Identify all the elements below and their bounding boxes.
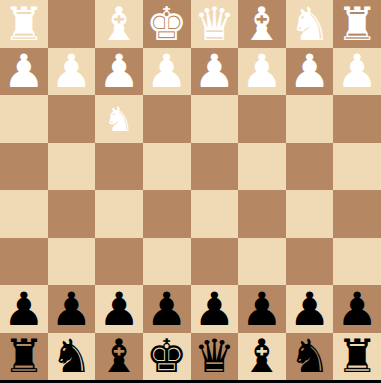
square-b6[interactable] bbox=[286, 238, 334, 286]
square-e6[interactable] bbox=[143, 238, 191, 286]
square-h7[interactable]: ♟ bbox=[0, 285, 48, 333]
white-knight-f3[interactable]: ♞ bbox=[104, 102, 134, 136]
square-c2[interactable]: ♟ bbox=[238, 48, 286, 96]
square-e5[interactable] bbox=[143, 190, 191, 238]
square-c6[interactable] bbox=[238, 238, 286, 286]
black-rook-h8[interactable]: ♜ bbox=[3, 333, 44, 379]
square-h2[interactable]: ♟ bbox=[0, 48, 48, 96]
square-f3[interactable]: ♞ bbox=[95, 95, 143, 143]
square-g2[interactable]: ♟ bbox=[48, 48, 96, 96]
white-queen-d1[interactable]: ♛ bbox=[194, 1, 235, 47]
square-c5[interactable] bbox=[238, 190, 286, 238]
square-a5[interactable] bbox=[333, 190, 381, 238]
white-bishop-f1[interactable]: ♝ bbox=[98, 1, 139, 47]
black-pawn-c7[interactable]: ♟ bbox=[241, 286, 282, 332]
square-f4[interactable] bbox=[95, 143, 143, 191]
white-pawn-a2[interactable]: ♟ bbox=[337, 48, 378, 94]
square-f2[interactable]: ♟ bbox=[95, 48, 143, 96]
square-f8[interactable]: ♝ bbox=[95, 333, 143, 381]
square-h6[interactable] bbox=[0, 238, 48, 286]
square-d6[interactable] bbox=[191, 238, 239, 286]
white-king-e1[interactable]: ♚ bbox=[146, 1, 187, 47]
black-knight-g8[interactable]: ♞ bbox=[51, 333, 92, 379]
black-pawn-d7[interactable]: ♟ bbox=[194, 286, 235, 332]
square-d5[interactable] bbox=[191, 190, 239, 238]
black-pawn-b7[interactable]: ♟ bbox=[289, 286, 330, 332]
black-king-e8[interactable]: ♚ bbox=[146, 333, 187, 379]
square-e1[interactable]: ♚ bbox=[143, 0, 191, 48]
square-a2[interactable]: ♟ bbox=[333, 48, 381, 96]
square-b1[interactable]: ♞ bbox=[286, 0, 334, 48]
square-e7[interactable]: ♟ bbox=[143, 285, 191, 333]
white-pawn-c2[interactable]: ♟ bbox=[241, 48, 282, 94]
square-a1[interactable]: ♜ bbox=[333, 0, 381, 48]
square-d3[interactable] bbox=[191, 95, 239, 143]
square-f6[interactable] bbox=[95, 238, 143, 286]
square-c7[interactable]: ♟ bbox=[238, 285, 286, 333]
square-a4[interactable] bbox=[333, 143, 381, 191]
square-g7[interactable]: ♟ bbox=[48, 285, 96, 333]
square-b4[interactable] bbox=[286, 143, 334, 191]
square-d7[interactable]: ♟ bbox=[191, 285, 239, 333]
square-b7[interactable]: ♟ bbox=[286, 285, 334, 333]
square-a3[interactable] bbox=[333, 95, 381, 143]
white-rook-h1[interactable]: ♜ bbox=[3, 1, 44, 47]
square-d2[interactable]: ♟ bbox=[191, 48, 239, 96]
square-c8[interactable]: ♝ bbox=[238, 333, 286, 381]
square-h3[interactable] bbox=[0, 95, 48, 143]
square-b2[interactable]: ♟ bbox=[286, 48, 334, 96]
square-h8[interactable]: ♜ bbox=[0, 333, 48, 381]
square-g3[interactable] bbox=[48, 95, 96, 143]
square-h1[interactable]: ♜ bbox=[0, 0, 48, 48]
white-pawn-e2[interactable]: ♟ bbox=[146, 48, 187, 94]
square-h5[interactable] bbox=[0, 190, 48, 238]
square-e4[interactable] bbox=[143, 143, 191, 191]
square-b8[interactable]: ♞ bbox=[286, 333, 334, 381]
square-a6[interactable] bbox=[333, 238, 381, 286]
square-e8[interactable]: ♚ bbox=[143, 333, 191, 381]
black-bishop-c8[interactable]: ♝ bbox=[241, 333, 282, 379]
black-pawn-g7[interactable]: ♟ bbox=[51, 286, 92, 332]
square-g4[interactable] bbox=[48, 143, 96, 191]
square-c3[interactable] bbox=[238, 95, 286, 143]
square-a8[interactable]: ♜ bbox=[333, 333, 381, 381]
square-a7[interactable]: ♟ bbox=[333, 285, 381, 333]
white-bishop-c1[interactable]: ♝ bbox=[241, 1, 282, 47]
white-rook-a1[interactable]: ♜ bbox=[337, 1, 378, 47]
square-g8[interactable]: ♞ bbox=[48, 333, 96, 381]
square-e3[interactable] bbox=[143, 95, 191, 143]
white-pawn-d2[interactable]: ♟ bbox=[194, 48, 235, 94]
black-pawn-a7[interactable]: ♟ bbox=[337, 286, 378, 332]
square-f7[interactable]: ♟ bbox=[95, 285, 143, 333]
square-h4[interactable] bbox=[0, 143, 48, 191]
black-pawn-h7[interactable]: ♟ bbox=[3, 286, 44, 332]
square-f1[interactable]: ♝ bbox=[95, 0, 143, 48]
square-d4[interactable] bbox=[191, 143, 239, 191]
square-c1[interactable]: ♝ bbox=[238, 0, 286, 48]
square-f5[interactable] bbox=[95, 190, 143, 238]
black-queen-d8[interactable]: ♛ bbox=[194, 333, 235, 379]
white-pawn-f2[interactable]: ♟ bbox=[98, 48, 139, 94]
black-knight-b8[interactable]: ♞ bbox=[289, 333, 330, 379]
square-b5[interactable] bbox=[286, 190, 334, 238]
square-b3[interactable] bbox=[286, 95, 334, 143]
black-pawn-f7[interactable]: ♟ bbox=[98, 286, 139, 332]
black-bishop-f8[interactable]: ♝ bbox=[98, 333, 139, 379]
square-d8[interactable]: ♛ bbox=[191, 333, 239, 381]
square-g5[interactable] bbox=[48, 190, 96, 238]
chess-board: ♜♝♚♛♝♞♜♟♟♟♟♟♟♟♟♞♟♟♟♟♟♟♟♟♜♞♝♚♛♝♞♜ bbox=[0, 0, 381, 380]
white-pawn-g2[interactable]: ♟ bbox=[51, 48, 92, 94]
white-knight-b1[interactable]: ♞ bbox=[289, 1, 330, 47]
white-pawn-b2[interactable]: ♟ bbox=[289, 48, 330, 94]
square-g1[interactable] bbox=[48, 0, 96, 48]
square-d1[interactable]: ♛ bbox=[191, 0, 239, 48]
black-pawn-e7[interactable]: ♟ bbox=[146, 286, 187, 332]
black-rook-a8[interactable]: ♜ bbox=[337, 333, 378, 379]
square-g6[interactable] bbox=[48, 238, 96, 286]
white-pawn-h2[interactable]: ♟ bbox=[3, 48, 44, 94]
square-c4[interactable] bbox=[238, 143, 286, 191]
square-e2[interactable]: ♟ bbox=[143, 48, 191, 96]
